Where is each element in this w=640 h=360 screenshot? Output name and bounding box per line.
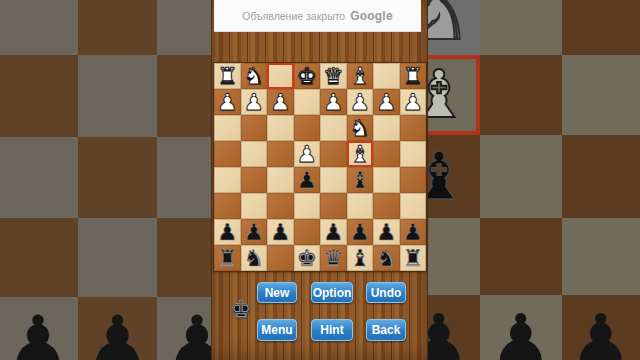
square-a4[interactable] xyxy=(400,141,427,167)
square-a5[interactable] xyxy=(400,167,427,193)
square-a7[interactable]: ♟ xyxy=(400,219,427,245)
piece-wP-d2: ♟ xyxy=(323,91,344,114)
square-b7[interactable]: ♟ xyxy=(373,219,400,245)
square-e6[interactable] xyxy=(294,193,321,219)
piece-wR-h1: ♜ xyxy=(217,65,238,88)
square-h3[interactable] xyxy=(214,115,241,141)
square-e5[interactable]: ♟ xyxy=(294,167,321,193)
piece-bN-g8: ♞ xyxy=(243,247,264,270)
square-d5[interactable] xyxy=(320,167,347,193)
piece-bP-d7: ♟ xyxy=(323,221,344,244)
piece-bP-g7: ♟ xyxy=(243,221,264,244)
square-b1[interactable] xyxy=(373,63,400,89)
square-h5[interactable] xyxy=(214,167,241,193)
square-a6[interactable] xyxy=(400,193,427,219)
piece-wQ-d1: ♛ xyxy=(323,65,344,88)
piece-bP-h7: ♟ xyxy=(217,221,238,244)
square-g3[interactable] xyxy=(241,115,268,141)
square-c8[interactable]: ♝ xyxy=(347,245,374,271)
square-d7[interactable]: ♟ xyxy=(320,219,347,245)
piece-wP-e4: ♟ xyxy=(296,143,317,166)
square-f2[interactable]: ♟ xyxy=(267,89,294,115)
piece-wN-c3: ♞ xyxy=(349,117,370,140)
square-e7[interactable] xyxy=(294,219,321,245)
piece-wR-a1: ♜ xyxy=(402,65,423,88)
square-c5[interactable]: ♝ xyxy=(347,167,374,193)
square-e1[interactable]: ♚ xyxy=(294,63,321,89)
square-g6[interactable] xyxy=(241,193,268,219)
chess-app-panel: Объявление закрыто Google ♜♞♚♛♝♜♟♟♟♟♟♟♟♞… xyxy=(211,0,428,360)
square-a3[interactable] xyxy=(400,115,427,141)
square-a1[interactable]: ♜ xyxy=(400,63,427,89)
piece-wP-h2: ♟ xyxy=(217,91,238,114)
square-c2[interactable]: ♟ xyxy=(347,89,374,115)
square-a8[interactable]: ♜ xyxy=(400,245,427,271)
piece-bB-c8: ♝ xyxy=(349,247,370,270)
ad-banner-text: Объявление закрыто xyxy=(242,10,345,22)
square-f8[interactable] xyxy=(267,245,294,271)
square-g8[interactable]: ♞ xyxy=(241,245,268,271)
piece-bN-b8: ♞ xyxy=(376,247,397,270)
piece-bP-a7: ♟ xyxy=(402,221,423,244)
piece-bR-h8: ♜ xyxy=(217,247,238,270)
square-h8[interactable]: ♜ xyxy=(214,245,241,271)
option-button[interactable]: Option xyxy=(311,282,353,303)
piece-bP-f7: ♟ xyxy=(270,221,291,244)
square-g5[interactable] xyxy=(241,167,268,193)
black-king-turn-icon: ♚ xyxy=(228,297,254,322)
piece-bP-e5: ♟ xyxy=(296,169,317,192)
square-b6[interactable] xyxy=(373,193,400,219)
piece-bQ-d8: ♛ xyxy=(323,247,344,270)
square-d1[interactable]: ♛ xyxy=(320,63,347,89)
square-g7[interactable]: ♟ xyxy=(241,219,268,245)
square-c4[interactable]: ♝ xyxy=(347,141,374,167)
square-c1[interactable]: ♝ xyxy=(347,63,374,89)
piece-wP-g2: ♟ xyxy=(243,91,264,114)
square-d4[interactable] xyxy=(320,141,347,167)
square-b5[interactable] xyxy=(373,167,400,193)
square-b8[interactable]: ♞ xyxy=(373,245,400,271)
google-logo: Google xyxy=(350,9,393,23)
square-d2[interactable]: ♟ xyxy=(320,89,347,115)
square-g4[interactable] xyxy=(241,141,268,167)
square-d3[interactable] xyxy=(320,115,347,141)
back-button[interactable]: Back xyxy=(366,319,406,341)
square-d8[interactable]: ♛ xyxy=(320,245,347,271)
square-c3[interactable]: ♞ xyxy=(347,115,374,141)
ad-banner[interactable]: Объявление закрыто Google xyxy=(214,0,421,32)
chess-board: ♜♞♚♛♝♜♟♟♟♟♟♟♟♞♟♝♟♝♟♟♟♟♟♟♟♜♞♚♛♝♞♜ xyxy=(214,63,426,271)
square-h1[interactable]: ♜ xyxy=(214,63,241,89)
piece-bR-a8: ♜ xyxy=(402,247,423,270)
piece-wP-f2: ♟ xyxy=(270,91,291,114)
square-f6[interactable] xyxy=(267,193,294,219)
piece-bK-e8: ♚ xyxy=(296,247,317,270)
square-f4[interactable] xyxy=(267,141,294,167)
piece-wP-c2: ♟ xyxy=(349,91,370,114)
square-g2[interactable]: ♟ xyxy=(241,89,268,115)
square-b4[interactable] xyxy=(373,141,400,167)
square-b2[interactable]: ♟ xyxy=(373,89,400,115)
square-a2[interactable]: ♟ xyxy=(400,89,427,115)
piece-bP-b7: ♟ xyxy=(376,221,397,244)
new-button[interactable]: New xyxy=(257,282,297,303)
piece-wB-c4: ♝ xyxy=(349,143,370,166)
square-e4[interactable]: ♟ xyxy=(294,141,321,167)
screen: ♟ ♟ ♟ ♞ ♝ ♝ ♟ ♟ ♟ Объявление закрыто Goo… xyxy=(0,0,640,360)
square-b3[interactable] xyxy=(373,115,400,141)
square-e3[interactable] xyxy=(294,115,321,141)
background-right-checkerboard xyxy=(428,0,640,360)
square-e8[interactable]: ♚ xyxy=(294,245,321,271)
background-left-checkerboard xyxy=(0,0,212,360)
square-c6[interactable] xyxy=(347,193,374,219)
piece-bB-c5: ♝ xyxy=(349,169,370,192)
piece-wN-g1: ♞ xyxy=(243,65,264,88)
background-right: ♞ ♝ ♝ ♟ ♟ ♟ xyxy=(428,0,640,360)
square-e2[interactable] xyxy=(294,89,321,115)
piece-wK-e1: ♚ xyxy=(296,65,317,88)
menu-button[interactable]: Menu xyxy=(257,319,297,341)
square-d6[interactable] xyxy=(320,193,347,219)
square-h6[interactable] xyxy=(214,193,241,219)
square-f1[interactable] xyxy=(267,63,294,89)
piece-wP-b2: ♟ xyxy=(376,91,397,114)
square-g1[interactable]: ♞ xyxy=(241,63,268,89)
piece-wP-a2: ♟ xyxy=(402,91,423,114)
hint-button[interactable]: Hint xyxy=(311,319,353,341)
piece-bP-c7: ♟ xyxy=(349,221,370,244)
square-f3[interactable] xyxy=(267,115,294,141)
background-left: ♟ ♟ ♟ xyxy=(0,0,212,360)
square-f7[interactable]: ♟ xyxy=(267,219,294,245)
square-h4[interactable] xyxy=(214,141,241,167)
square-c7[interactable]: ♟ xyxy=(347,219,374,245)
square-h7[interactable]: ♟ xyxy=(214,219,241,245)
piece-wB-c1: ♝ xyxy=(349,65,370,88)
undo-button[interactable]: Undo xyxy=(366,282,406,303)
square-h2[interactable]: ♟ xyxy=(214,89,241,115)
square-f5[interactable] xyxy=(267,167,294,193)
